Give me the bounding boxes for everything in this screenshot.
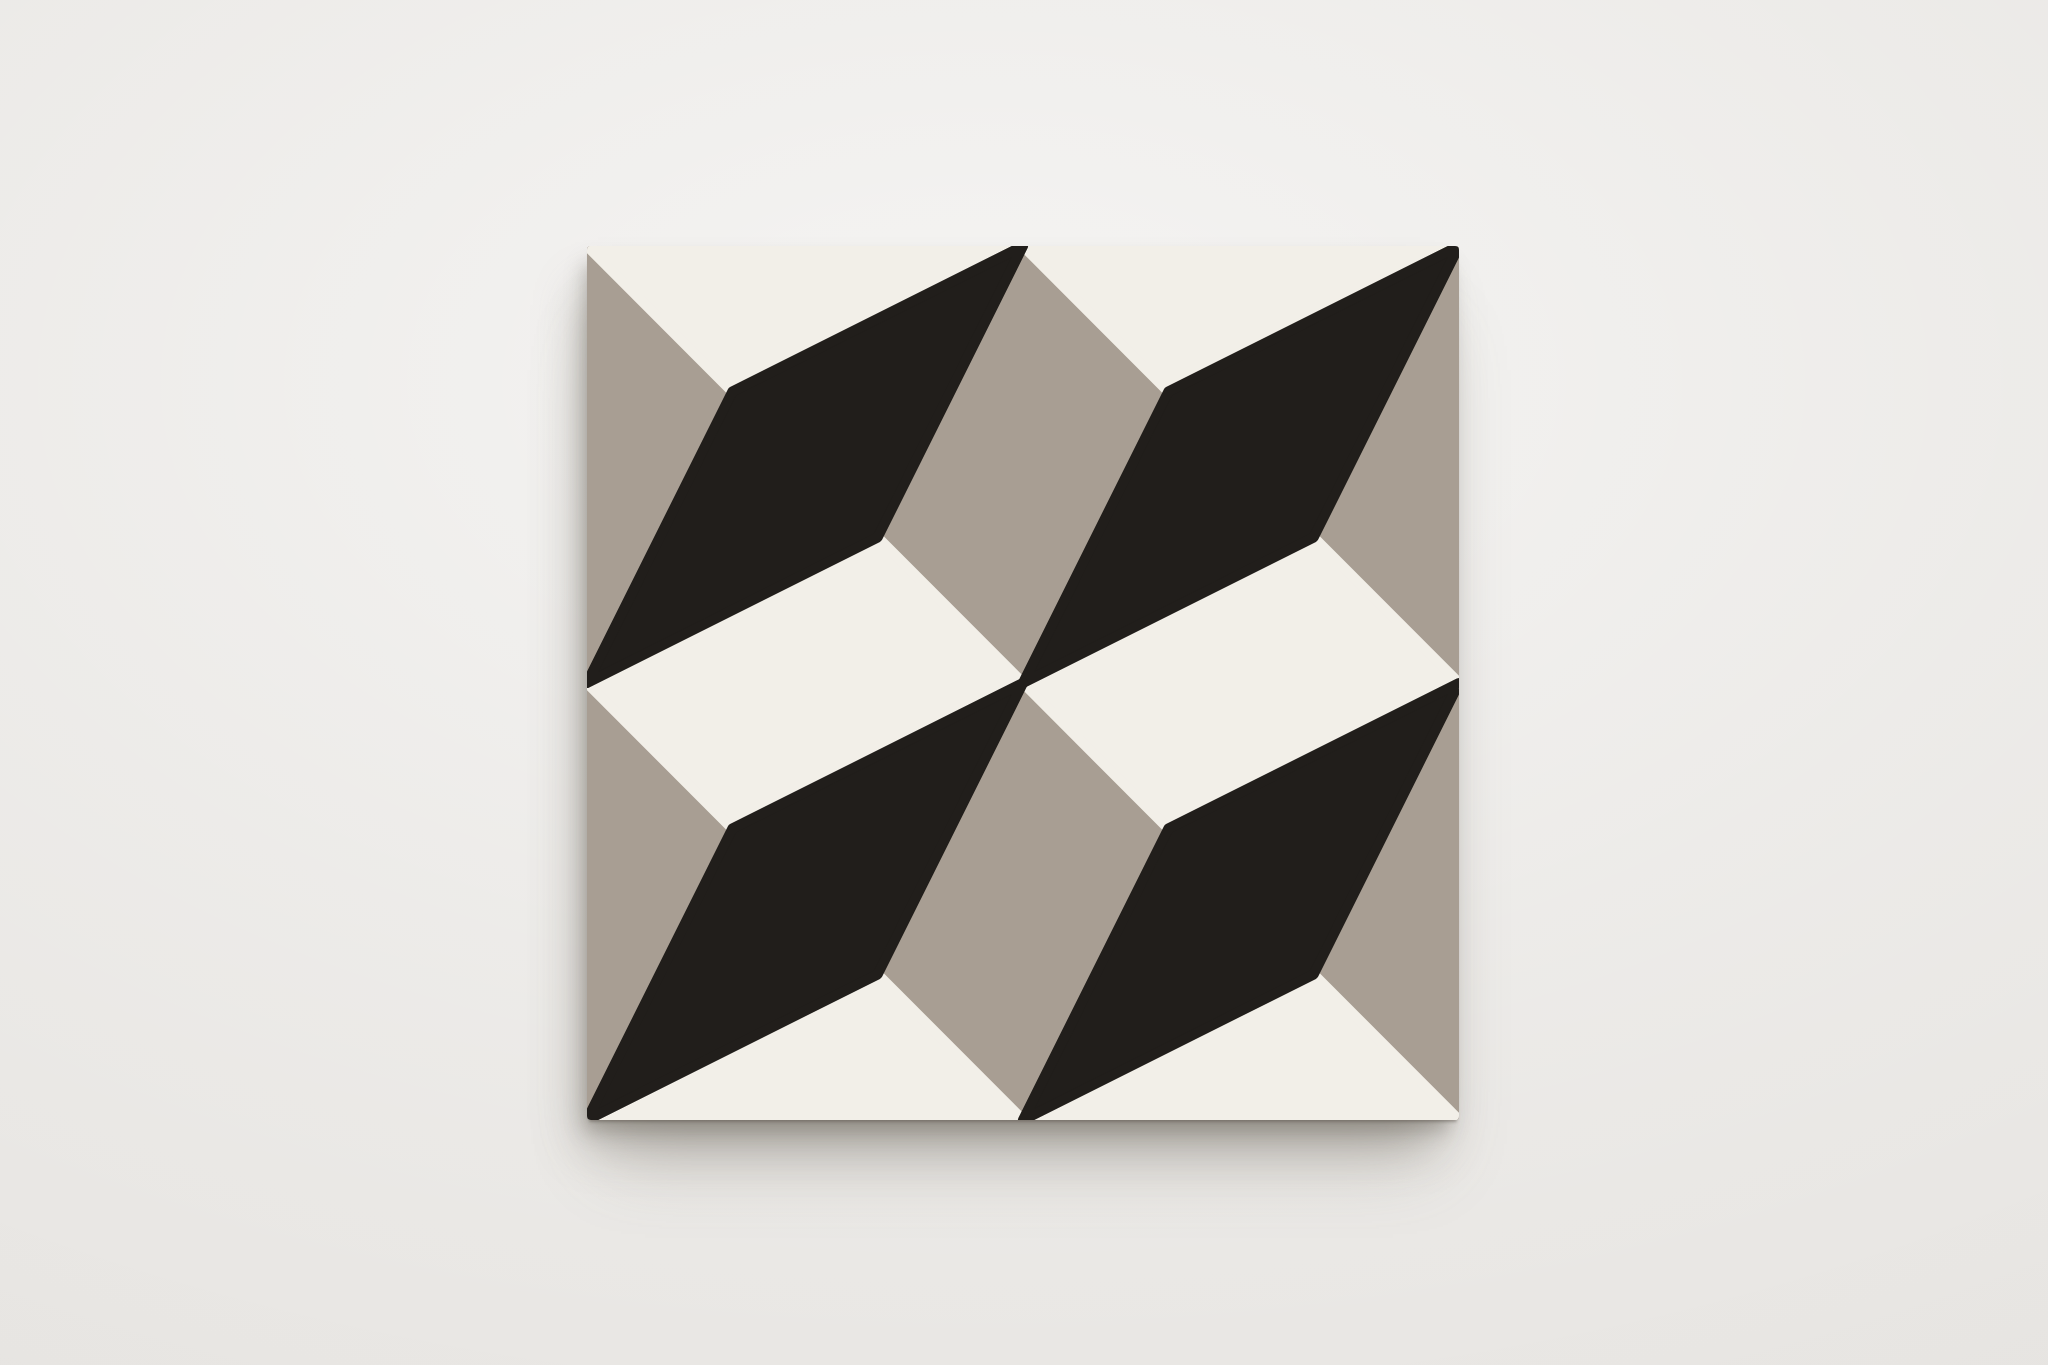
tile-pattern xyxy=(587,246,1459,1120)
wall-background xyxy=(0,0,2048,1365)
cement-tile xyxy=(587,246,1459,1120)
